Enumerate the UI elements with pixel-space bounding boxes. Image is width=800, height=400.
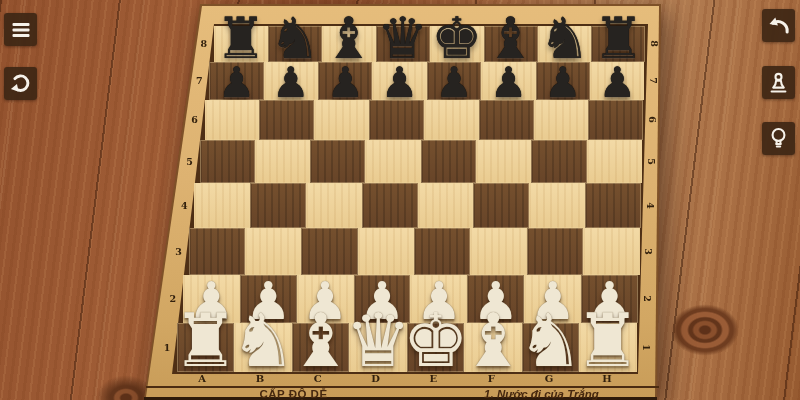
square-e7[interactable]: ♟ [427, 62, 481, 100]
square-d4[interactable] [362, 183, 418, 228]
square-e6[interactable] [424, 100, 479, 140]
square-e3[interactable] [414, 228, 470, 275]
piece-white-king[interactable]: ♚ [402, 305, 468, 375]
square-c3[interactable] [301, 228, 357, 275]
piece-black-queen[interactable]: ♛ [377, 11, 428, 65]
players-button[interactable] [762, 66, 795, 99]
square-f7[interactable]: ♟ [481, 62, 535, 100]
rank-label-right-2: 2 [642, 292, 653, 306]
piece-black-pawn[interactable]: ♟ [272, 63, 310, 103]
rank-label-left-3: 3 [172, 246, 186, 257]
square-g8[interactable]: ♞ [538, 26, 592, 62]
square-f6[interactable] [479, 100, 534, 140]
piece-black-rook[interactable]: ♜ [215, 11, 266, 65]
piece-black-pawn[interactable]: ♟ [435, 63, 473, 103]
square-a7[interactable]: ♟ [209, 62, 263, 100]
rank-label-left-7: 7 [192, 75, 206, 86]
hamburger-icon [9, 18, 33, 42]
square-c6[interactable] [314, 100, 369, 140]
rank-label-right-1: 1 [640, 340, 651, 354]
new-game-button[interactable] [4, 67, 37, 100]
square-h6[interactable] [588, 100, 643, 140]
rank-label-right-5: 5 [646, 154, 657, 168]
piece-black-bishop[interactable]: ♝ [323, 11, 374, 65]
piece-black-king[interactable]: ♚ [431, 11, 482, 65]
square-h4[interactable] [585, 183, 641, 228]
board-squares: ♜♞♝♛♚♝♞♜88♟♟♟♟♟♟♟♟7766554433♟♟♟♟♟♟♟♟22♜♞… [144, 0, 662, 400]
square-b1[interactable]: ♞ [234, 323, 291, 372]
piece-black-pawn[interactable]: ♟ [326, 63, 364, 103]
rank-label-left-5: 5 [183, 156, 197, 167]
rank-label-left-4: 4 [177, 200, 191, 211]
status-bar: CẤP ĐỘ DỄ 1. Nước đi của Trắng [144, 388, 662, 400]
piece-white-knight[interactable]: ♞ [230, 305, 296, 375]
square-e5[interactable] [421, 140, 476, 183]
square-e1[interactable]: ♚ [407, 323, 464, 372]
square-h5[interactable] [587, 140, 642, 183]
square-c7[interactable]: ♟ [318, 62, 372, 100]
square-a1[interactable]: ♜ [177, 323, 234, 372]
piece-black-pawn[interactable]: ♟ [598, 63, 636, 103]
piece-white-bishop[interactable]: ♝ [287, 305, 353, 375]
lightbulb-icon [766, 126, 791, 151]
rank-label-right-4: 4 [644, 198, 655, 212]
square-f4[interactable] [473, 183, 529, 228]
square-b3[interactable] [245, 228, 301, 275]
square-f8[interactable]: ♝ [484, 26, 538, 62]
square-h3[interactable] [583, 228, 639, 275]
piece-white-bishop[interactable]: ♝ [460, 305, 526, 375]
square-b5[interactable] [255, 140, 310, 183]
square-a8[interactable]: ♜ [214, 26, 268, 62]
piece-white-rook[interactable]: ♜ [575, 305, 641, 375]
square-d5[interactable] [365, 140, 420, 183]
square-a6[interactable] [205, 100, 260, 140]
rank-label-right-6: 6 [647, 113, 658, 127]
square-g6[interactable] [534, 100, 589, 140]
square-h8[interactable]: ♜ [591, 26, 645, 62]
rank-label-right-7: 7 [648, 74, 659, 88]
rank-label-left-8: 8 [197, 38, 211, 49]
rank-label-right-3: 3 [643, 244, 654, 258]
piece-black-pawn[interactable]: ♟ [490, 63, 528, 103]
square-g4[interactable] [529, 183, 585, 228]
piece-black-pawn[interactable]: ♟ [381, 63, 419, 103]
rotate-icon [8, 71, 33, 96]
square-d6[interactable] [369, 100, 424, 140]
piece-white-knight[interactable]: ♞ [517, 305, 583, 375]
square-g5[interactable] [531, 140, 586, 183]
square-d7[interactable]: ♟ [372, 62, 426, 100]
piece-black-pawn[interactable]: ♟ [544, 63, 582, 103]
piece-black-knight[interactable]: ♞ [539, 11, 590, 65]
square-f1[interactable]: ♝ [464, 323, 521, 372]
square-h1[interactable]: ♜ [579, 323, 636, 372]
undo-button[interactable] [762, 9, 795, 42]
piece-black-pawn[interactable]: ♟ [218, 63, 256, 103]
piece-white-queen[interactable]: ♛ [345, 305, 411, 375]
square-g7[interactable]: ♟ [536, 62, 590, 100]
square-d1[interactable]: ♛ [349, 323, 406, 372]
square-b4[interactable] [250, 183, 306, 228]
undo-arrow-icon [766, 13, 792, 39]
square-e8[interactable]: ♚ [430, 26, 484, 62]
square-h7[interactable]: ♟ [590, 62, 644, 100]
square-a3[interactable] [189, 228, 245, 275]
piece-black-knight[interactable]: ♞ [269, 11, 320, 65]
square-a5[interactable] [200, 140, 255, 183]
square-b8[interactable]: ♞ [268, 26, 322, 62]
square-d8[interactable]: ♛ [376, 26, 430, 62]
piece-white-rook[interactable]: ♜ [173, 305, 239, 375]
square-c8[interactable]: ♝ [322, 26, 376, 62]
square-e4[interactable] [418, 183, 474, 228]
hint-button[interactable] [762, 122, 795, 155]
rank-label-right-8: 8 [649, 37, 660, 51]
level-label: CẤP ĐỘ DỄ [206, 388, 381, 400]
square-d3[interactable] [358, 228, 414, 275]
move-indicator-label: 1. Nước đi của Trắng [454, 388, 629, 400]
square-g3[interactable] [527, 228, 583, 275]
square-c1[interactable]: ♝ [292, 323, 349, 372]
square-b7[interactable]: ♟ [264, 62, 318, 100]
pawn-icon [766, 70, 791, 95]
chess-board: ♜♞♝♛♚♝♞♜88♟♟♟♟♟♟♟♟7766554433♟♟♟♟♟♟♟♟22♜♞… [144, 0, 662, 400]
square-c5[interactable] [310, 140, 365, 183]
square-f3[interactable] [470, 228, 526, 275]
square-c4[interactable] [306, 183, 362, 228]
square-g1[interactable]: ♞ [522, 323, 579, 372]
piece-black-rook[interactable]: ♜ [593, 11, 644, 65]
piece-black-bishop[interactable]: ♝ [485, 11, 536, 65]
square-b6[interactable] [259, 100, 314, 140]
rank-label-left-6: 6 [188, 114, 202, 125]
menu-button[interactable] [4, 13, 37, 46]
square-f5[interactable] [476, 140, 531, 183]
square-a4[interactable] [194, 183, 250, 228]
